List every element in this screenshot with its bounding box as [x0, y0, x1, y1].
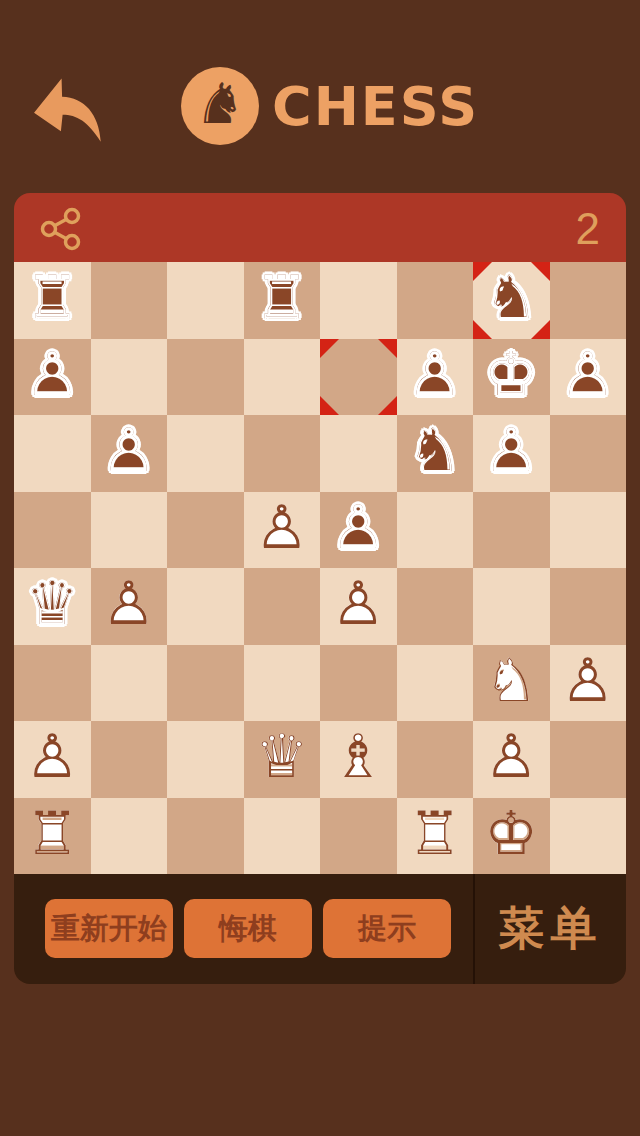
- black-pawn-g6[interactable]: ♟♙: [473, 415, 550, 492]
- square-h5[interactable]: [550, 492, 627, 569]
- black-knight-g8[interactable]: ♞♘: [473, 262, 550, 339]
- piece-line-layer: ♗: [320, 721, 397, 798]
- square-b7[interactable]: [91, 339, 168, 416]
- square-c8[interactable]: [167, 262, 244, 339]
- square-b6[interactable]: ♟♙: [91, 415, 168, 492]
- piece-line-layer: ♘: [473, 262, 550, 339]
- square-g4[interactable]: [473, 568, 550, 645]
- square-b3[interactable]: [91, 645, 168, 722]
- square-c2[interactable]: [167, 721, 244, 798]
- white-pawn-a2[interactable]: ♟♙: [14, 721, 91, 798]
- square-e7[interactable]: [320, 339, 397, 416]
- undo-button[interactable]: 悔棋: [184, 899, 312, 958]
- piece-line-layer: ♙: [397, 339, 474, 416]
- square-a5[interactable]: [14, 492, 91, 569]
- piece-line-layer: ♙: [244, 492, 321, 569]
- square-a7[interactable]: ♟♙: [14, 339, 91, 416]
- piece-line-layer: ♙: [550, 339, 627, 416]
- white-rook-f1[interactable]: ♜♖: [397, 798, 474, 875]
- knight-logo-icon: ♞: [195, 76, 245, 132]
- square-c1[interactable]: [167, 798, 244, 875]
- square-h4[interactable]: [550, 568, 627, 645]
- square-e3[interactable]: [320, 645, 397, 722]
- black-queen-a4[interactable]: ♛♕: [14, 568, 91, 645]
- square-c6[interactable]: [167, 415, 244, 492]
- square-d1[interactable]: [244, 798, 321, 875]
- move-highlight-corner: [378, 396, 397, 415]
- square-c3[interactable]: [167, 645, 244, 722]
- square-e8[interactable]: [320, 262, 397, 339]
- white-queen-d2[interactable]: ♛♕: [244, 721, 321, 798]
- black-king-g7[interactable]: ♚♔: [473, 339, 550, 416]
- bottom-toolbar: 重新开始 悔棋 提示 菜单: [14, 874, 626, 984]
- white-rook-a1[interactable]: ♜♖: [14, 798, 91, 875]
- square-g2[interactable]: ♟♙: [473, 721, 550, 798]
- black-rook-d8[interactable]: ♜♖: [244, 262, 321, 339]
- black-rook-a8[interactable]: ♜♖: [14, 262, 91, 339]
- square-d3[interactable]: [244, 645, 321, 722]
- white-bishop-e2[interactable]: ♝♗: [320, 721, 397, 798]
- black-knight-f6[interactable]: ♞♘: [397, 415, 474, 492]
- square-g6[interactable]: ♟♙: [473, 415, 550, 492]
- piece-line-layer: ♙: [91, 415, 168, 492]
- square-h3[interactable]: ♟♙: [550, 645, 627, 722]
- square-h7[interactable]: ♟♙: [550, 339, 627, 416]
- square-c4[interactable]: [167, 568, 244, 645]
- white-pawn-h3[interactable]: ♟♙: [550, 645, 627, 722]
- piece-line-layer: ♔: [473, 339, 550, 416]
- square-h6[interactable]: [550, 415, 627, 492]
- black-pawn-f7[interactable]: ♟♙: [397, 339, 474, 416]
- square-d2[interactable]: ♛♕: [244, 721, 321, 798]
- black-pawn-a7[interactable]: ♟♙: [14, 339, 91, 416]
- share-button[interactable]: [40, 207, 82, 251]
- square-b8[interactable]: [91, 262, 168, 339]
- piece-line-layer: ♙: [473, 415, 550, 492]
- move-highlight-corner: [320, 396, 339, 415]
- square-f6[interactable]: ♞♘: [397, 415, 474, 492]
- piece-line-layer: ♖: [14, 262, 91, 339]
- black-pawn-b6[interactable]: ♟♙: [91, 415, 168, 492]
- piece-line-layer: ♖: [14, 798, 91, 875]
- square-a4[interactable]: ♛♕: [14, 568, 91, 645]
- white-pawn-d5[interactable]: ♟♙: [244, 492, 321, 569]
- piece-line-layer: ♕: [244, 721, 321, 798]
- square-f2[interactable]: [397, 721, 474, 798]
- chess-board: ♜♖♜♖♞♘♟♙♟♙♚♔♟♙♟♙♞♘♟♙♟♙♟♙♛♕♟♙♟♙♞♘♟♙♟♙♛♕♝♗…: [14, 262, 626, 874]
- square-d6[interactable]: [244, 415, 321, 492]
- white-pawn-b4[interactable]: ♟♙: [91, 568, 168, 645]
- piece-line-layer: ♙: [320, 492, 397, 569]
- square-f4[interactable]: [397, 568, 474, 645]
- restart-button[interactable]: 重新开始: [45, 899, 173, 958]
- square-c7[interactable]: [167, 339, 244, 416]
- hint-button[interactable]: 提示: [323, 899, 451, 958]
- piece-line-layer: ♙: [473, 721, 550, 798]
- square-e6[interactable]: [320, 415, 397, 492]
- piece-line-layer: ♙: [91, 568, 168, 645]
- menu-button[interactable]: 菜单: [475, 874, 626, 984]
- square-h2[interactable]: [550, 721, 627, 798]
- square-f7[interactable]: ♟♙: [397, 339, 474, 416]
- piece-line-layer: ♙: [14, 721, 91, 798]
- app-logo: ♞: [181, 67, 259, 145]
- move-counter: 2: [576, 193, 600, 262]
- square-a3[interactable]: [14, 645, 91, 722]
- piece-line-layer: ♘: [397, 415, 474, 492]
- piece-line-layer: ♙: [14, 339, 91, 416]
- square-h1[interactable]: [550, 798, 627, 875]
- game-status-bar: 2: [14, 193, 626, 262]
- black-pawn-h7[interactable]: ♟♙: [550, 339, 627, 416]
- piece-line-layer: ♔: [473, 798, 550, 875]
- square-g7[interactable]: ♚♔: [473, 339, 550, 416]
- square-d8[interactable]: ♜♖: [244, 262, 321, 339]
- white-king-g1[interactable]: ♚♔: [473, 798, 550, 875]
- square-d4[interactable]: [244, 568, 321, 645]
- square-a1[interactable]: ♜♖: [14, 798, 91, 875]
- back-arrow-icon: [28, 140, 108, 155]
- square-e4[interactable]: ♟♙: [320, 568, 397, 645]
- white-knight-g3[interactable]: ♞♘: [473, 645, 550, 722]
- square-f3[interactable]: [397, 645, 474, 722]
- square-b2[interactable]: [91, 721, 168, 798]
- move-highlight-corner: [320, 339, 339, 358]
- piece-line-layer: ♖: [244, 262, 321, 339]
- square-f5[interactable]: [397, 492, 474, 569]
- white-pawn-g2[interactable]: ♟♙: [473, 721, 550, 798]
- square-b4[interactable]: ♟♙: [91, 568, 168, 645]
- square-d7[interactable]: [244, 339, 321, 416]
- square-e1[interactable]: [320, 798, 397, 875]
- square-f8[interactable]: [397, 262, 474, 339]
- share-icon: [40, 239, 82, 254]
- square-a6[interactable]: [14, 415, 91, 492]
- white-pawn-e4[interactable]: ♟♙: [320, 568, 397, 645]
- move-highlight-corner: [378, 339, 397, 358]
- square-e5[interactable]: ♟♙: [320, 492, 397, 569]
- piece-line-layer: ♙: [550, 645, 627, 722]
- square-g8[interactable]: ♞♘: [473, 262, 550, 339]
- square-c5[interactable]: [167, 492, 244, 569]
- square-e2[interactable]: ♝♗: [320, 721, 397, 798]
- square-g3[interactable]: ♞♘: [473, 645, 550, 722]
- back-button[interactable]: [28, 70, 108, 152]
- square-g1[interactable]: ♚♔: [473, 798, 550, 875]
- piece-line-layer: ♙: [320, 568, 397, 645]
- page-title: CHESS: [272, 78, 479, 136]
- square-b5[interactable]: [91, 492, 168, 569]
- piece-line-layer: ♕: [14, 568, 91, 645]
- black-pawn-e5[interactable]: ♟♙: [320, 492, 397, 569]
- square-f1[interactable]: ♜♖: [397, 798, 474, 875]
- square-b1[interactable]: [91, 798, 168, 875]
- square-d5[interactable]: ♟♙: [244, 492, 321, 569]
- piece-line-layer: ♖: [397, 798, 474, 875]
- square-a8[interactable]: ♜♖: [14, 262, 91, 339]
- square-h8[interactable]: [550, 262, 627, 339]
- piece-line-layer: ♘: [473, 645, 550, 722]
- square-a2[interactable]: ♟♙: [14, 721, 91, 798]
- square-g5[interactable]: [473, 492, 550, 569]
